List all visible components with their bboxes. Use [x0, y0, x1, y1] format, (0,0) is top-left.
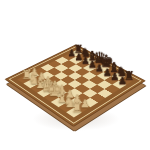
chess-set-scene: ♜♟♟♜♞♟♟♞♝♟♟♝♛♟♟♛♚♟♟♚♝♟♟♝♞♟♟♞♜♟♟♜ — [0, 0, 150, 150]
piece-bR: ♜ — [67, 44, 89, 55]
square-a1: ♜ — [17, 75, 31, 83]
square-h8: ♜ — [119, 76, 134, 84]
square-f7: ♟ — [97, 72, 111, 80]
product-photo: ♜♟♟♜♞♟♟♞♝♟♟♝♛♟♟♛♚♟♟♚♝♟♟♝♞♟♟♞♜♟♟♜ — [0, 0, 150, 150]
